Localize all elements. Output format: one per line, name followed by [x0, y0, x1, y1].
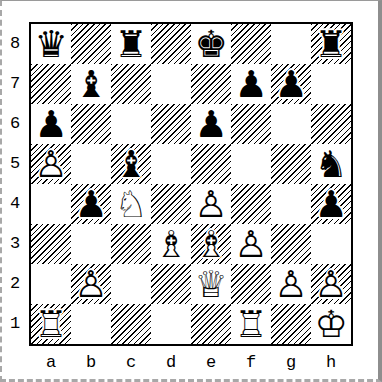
piece-fill-layer: ♝: [111, 144, 151, 184]
rank-label-1: 1: [4, 304, 26, 344]
file-label-c: c: [111, 350, 151, 376]
square-b4[interactable]: ♟♟: [71, 184, 111, 224]
piece-fill-layer: ♛: [31, 24, 71, 64]
square-e2[interactable]: ♛♕: [191, 264, 231, 304]
square-a8[interactable]: ♛♛: [31, 24, 71, 64]
file-label-d: d: [151, 350, 191, 376]
piece-fill-layer: ♟: [31, 144, 71, 184]
piece-white-pawn: ♙: [311, 264, 351, 304]
piece-fill-layer: ♞: [111, 184, 151, 224]
square-f3[interactable]: ♟♙: [231, 224, 271, 264]
chess-board: ♛♛♜♜♚♚♜♜♝♝♟♟♟♟♟♟♟♟♟♙♝♝♞♞♟♟♞♘♟♙♟♟♝♗♝♗♟♙♟♙…: [31, 24, 351, 344]
file-label-a: a: [31, 350, 71, 376]
square-f7[interactable]: ♟♟: [231, 64, 271, 104]
square-c4[interactable]: ♞♘: [111, 184, 151, 224]
piece-black-bishop: ♝: [71, 64, 111, 104]
piece-black-bishop: ♝: [111, 144, 151, 184]
piece-black-rook: ♜: [311, 24, 351, 64]
square-b6[interactable]: [71, 104, 111, 144]
rank-label-8: 8: [4, 24, 26, 64]
piece-fill-layer: ♟: [311, 184, 351, 224]
square-c5[interactable]: ♝♝: [111, 144, 151, 184]
square-e1[interactable]: [191, 304, 231, 344]
square-d5[interactable]: [151, 144, 191, 184]
piece-fill-layer: ♟: [31, 104, 71, 144]
chess-diagram-window: ♛♛♜♜♚♚♜♜♝♝♟♟♟♟♟♟♟♟♟♙♝♝♞♞♟♟♞♘♟♙♟♟♝♗♝♗♟♙♟♙…: [0, 0, 382, 382]
square-e7[interactable]: [191, 64, 231, 104]
square-d2[interactable]: [151, 264, 191, 304]
piece-fill-layer: ♛: [191, 264, 231, 304]
square-g6[interactable]: [271, 104, 311, 144]
square-g8[interactable]: [271, 24, 311, 64]
square-a5[interactable]: ♟♙: [31, 144, 71, 184]
rank-label-5: 5: [4, 144, 26, 184]
square-c1[interactable]: [111, 304, 151, 344]
piece-white-rook: ♖: [231, 304, 271, 344]
piece-black-pawn: ♟: [271, 64, 311, 104]
square-a1[interactable]: ♜♖: [31, 304, 71, 344]
square-e4[interactable]: ♟♙: [191, 184, 231, 224]
square-e5[interactable]: [191, 144, 231, 184]
piece-fill-layer: ♝: [71, 64, 111, 104]
piece-fill-layer: ♟: [71, 264, 111, 304]
file-label-g: g: [271, 350, 311, 376]
piece-white-pawn: ♙: [231, 224, 271, 264]
square-f2[interactable]: [231, 264, 271, 304]
square-a7[interactable]: [31, 64, 71, 104]
square-a6[interactable]: ♟♟: [31, 104, 71, 144]
square-h5[interactable]: ♞♞: [311, 144, 351, 184]
square-g5[interactable]: [271, 144, 311, 184]
square-h3[interactable]: [311, 224, 351, 264]
piece-fill-layer: ♜: [31, 304, 71, 344]
piece-fill-layer: ♚: [311, 304, 351, 344]
square-g1[interactable]: [271, 304, 311, 344]
square-b8[interactable]: [71, 24, 111, 64]
piece-white-king: ♔: [311, 304, 351, 344]
piece-white-pawn: ♙: [71, 264, 111, 304]
square-b3[interactable]: [71, 224, 111, 264]
piece-white-knight: ♘: [111, 184, 151, 224]
square-g7[interactable]: ♟♟: [271, 64, 311, 104]
piece-fill-layer: ♜: [311, 24, 351, 64]
square-c8[interactable]: ♜♜: [111, 24, 151, 64]
piece-black-pawn: ♟: [191, 104, 231, 144]
square-e8[interactable]: ♚♚: [191, 24, 231, 64]
square-a3[interactable]: [31, 224, 71, 264]
square-g2[interactable]: ♟♙: [271, 264, 311, 304]
rank-label-4: 4: [4, 184, 26, 224]
square-b7[interactable]: ♝♝: [71, 64, 111, 104]
square-b2[interactable]: ♟♙: [71, 264, 111, 304]
piece-white-queen: ♕: [191, 264, 231, 304]
piece-fill-layer: ♟: [231, 64, 271, 104]
square-g4[interactable]: [271, 184, 311, 224]
square-b5[interactable]: [71, 144, 111, 184]
square-c7[interactable]: [111, 64, 151, 104]
square-d8[interactable]: [151, 24, 191, 64]
square-f6[interactable]: [231, 104, 271, 144]
square-d4[interactable]: [151, 184, 191, 224]
file-label-f: f: [231, 350, 271, 376]
square-a4[interactable]: [31, 184, 71, 224]
board-frame: ♛♛♜♜♚♚♜♜♝♝♟♟♟♟♟♟♟♟♟♙♝♝♞♞♟♟♞♘♟♙♟♟♝♗♝♗♟♙♟♙…: [29, 22, 353, 346]
piece-black-king: ♚: [191, 24, 231, 64]
piece-black-pawn: ♟: [31, 104, 71, 144]
piece-fill-layer: ♞: [311, 144, 351, 184]
piece-fill-layer: ♟: [71, 184, 111, 224]
piece-fill-layer: ♟: [231, 224, 271, 264]
square-f8[interactable]: [231, 24, 271, 64]
piece-white-pawn: ♙: [31, 144, 71, 184]
piece-fill-layer: ♟: [311, 264, 351, 304]
rank-label-3: 3: [4, 224, 26, 264]
file-label-b: b: [71, 350, 111, 376]
square-d1[interactable]: [151, 304, 191, 344]
piece-black-knight: ♞: [311, 144, 351, 184]
square-h6[interactable]: [311, 104, 351, 144]
square-f1[interactable]: ♜♖: [231, 304, 271, 344]
piece-white-pawn: ♙: [191, 184, 231, 224]
rank-label-6: 6: [4, 104, 26, 144]
square-h4[interactable]: ♟♟: [311, 184, 351, 224]
file-label-h: h: [311, 350, 351, 376]
square-f4[interactable]: [231, 184, 271, 224]
square-d6[interactable]: [151, 104, 191, 144]
square-c2[interactable]: [111, 264, 151, 304]
piece-black-queen: ♛: [31, 24, 71, 64]
square-g3[interactable]: [271, 224, 311, 264]
piece-fill-layer: ♜: [231, 304, 271, 344]
square-e6[interactable]: ♟♟: [191, 104, 231, 144]
rank-label-7: 7: [4, 64, 26, 104]
square-c6[interactable]: [111, 104, 151, 144]
square-h8[interactable]: ♜♜: [311, 24, 351, 64]
piece-fill-layer: ♚: [191, 24, 231, 64]
piece-white-bishop: ♗: [151, 224, 191, 264]
piece-white-pawn: ♙: [271, 264, 311, 304]
piece-fill-layer: ♟: [191, 104, 231, 144]
square-h7[interactable]: [311, 64, 351, 104]
piece-black-pawn: ♟: [231, 64, 271, 104]
square-c3[interactable]: [111, 224, 151, 264]
piece-black-pawn: ♟: [311, 184, 351, 224]
piece-white-bishop: ♗: [191, 224, 231, 264]
piece-fill-layer: ♝: [191, 224, 231, 264]
square-h2[interactable]: ♟♙: [311, 264, 351, 304]
square-h1[interactable]: ♚♔: [311, 304, 351, 344]
piece-fill-layer: ♟: [271, 264, 311, 304]
piece-fill-layer: ♜: [111, 24, 151, 64]
square-d7[interactable]: [151, 64, 191, 104]
square-f5[interactable]: [231, 144, 271, 184]
piece-fill-layer: ♟: [191, 184, 231, 224]
square-d3[interactable]: ♝♗: [151, 224, 191, 264]
file-label-e: e: [191, 350, 231, 376]
square-a2[interactable]: [31, 264, 71, 304]
piece-fill-layer: ♝: [151, 224, 191, 264]
square-e3[interactable]: ♝♗: [191, 224, 231, 264]
square-b1[interactable]: [71, 304, 111, 344]
piece-fill-layer: ♟: [271, 64, 311, 104]
rank-label-2: 2: [4, 264, 26, 304]
piece-black-pawn: ♟: [71, 184, 111, 224]
piece-black-rook: ♜: [111, 24, 151, 64]
piece-white-rook: ♖: [31, 304, 71, 344]
